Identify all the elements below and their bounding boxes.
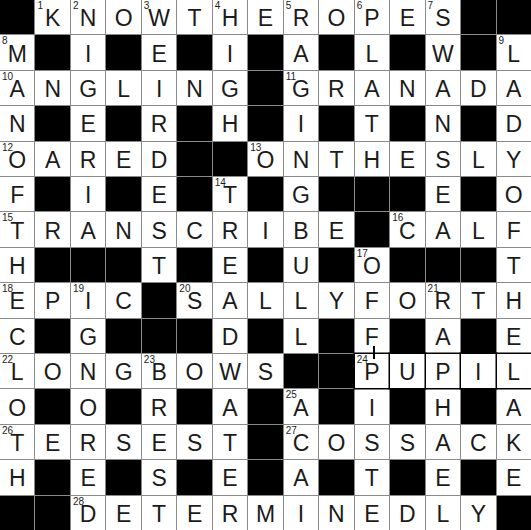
cell-letter: L	[472, 146, 485, 172]
clue-number: 6	[357, 1, 363, 11]
black-cell	[461, 177, 495, 211]
cell-letter: E	[329, 217, 344, 243]
letter-cell[interactable]: 24P	[355, 354, 389, 388]
cell-letter: G	[79, 75, 97, 101]
letter-cell[interactable]: 23B	[142, 354, 176, 388]
black-cell	[0, 0, 34, 34]
clue-number: 2	[73, 1, 79, 11]
letter-cell[interactable]: A	[426, 71, 460, 105]
letter-cell[interactable]: P	[426, 354, 460, 388]
letter-cell[interactable]: A	[284, 35, 318, 69]
black-cell	[319, 248, 353, 282]
cell-letter: H	[222, 110, 239, 136]
clue-number: 21	[428, 284, 439, 294]
letter-cell[interactable]: U	[284, 248, 318, 282]
black-cell	[426, 248, 460, 282]
black-cell	[106, 319, 140, 353]
letter-cell[interactable]: A	[426, 319, 460, 353]
clue-number: 5	[286, 1, 292, 11]
black-cell	[319, 389, 353, 423]
letter-cell[interactable]: R	[319, 71, 353, 105]
black-cell	[106, 248, 140, 282]
cell-letter: N	[435, 110, 452, 136]
letter-cell[interactable]: H	[426, 389, 460, 423]
cell-letter: R	[222, 500, 239, 526]
letter-cell[interactable]: E	[426, 460, 460, 494]
black-cell	[177, 389, 211, 423]
cell-letter: I	[85, 287, 91, 313]
letter-cell[interactable]: N	[35, 71, 69, 105]
black-cell	[390, 319, 424, 353]
letter-cell[interactable]: O	[35, 354, 69, 388]
letter-cell[interactable]: E	[426, 177, 460, 211]
letter-cell[interactable]: 4H	[213, 0, 247, 34]
letter-cell[interactable]: I	[355, 389, 389, 423]
letter-cell[interactable]: 27C	[284, 425, 318, 459]
letter-cell[interactable]: 20S	[177, 283, 211, 317]
black-cell	[497, 496, 531, 530]
letter-cell[interactable]: E	[71, 460, 105, 494]
black-cell	[248, 248, 282, 282]
clue-number: 12	[2, 143, 13, 153]
letter-cell[interactable]: A	[355, 71, 389, 105]
letter-cell[interactable]: U	[390, 354, 424, 388]
cell-letter: Y	[471, 500, 486, 526]
letter-cell[interactable]: A	[426, 212, 460, 246]
cell-letter: O	[8, 394, 26, 420]
clue-number: 7	[428, 1, 434, 11]
cell-letter: Y	[506, 146, 521, 172]
letter-cell[interactable]: L	[355, 35, 389, 69]
cell-letter: R	[328, 75, 345, 101]
letter-cell[interactable]: L	[248, 283, 282, 317]
cell-letter: E	[364, 500, 379, 526]
black-cell	[177, 460, 211, 494]
letter-cell[interactable]: 8M	[0, 35, 34, 69]
cell-letter: H	[435, 394, 452, 420]
letter-cell[interactable]: W	[213, 354, 247, 388]
letter-cell[interactable]: E	[497, 460, 531, 494]
letter-cell[interactable]: 14T	[213, 177, 247, 211]
cell-letter: A	[435, 217, 450, 243]
clue-number: 1	[37, 1, 43, 11]
cell-letter: M	[256, 500, 275, 526]
black-cell	[35, 319, 69, 353]
letter-cell[interactable]: O	[319, 0, 353, 34]
letter-cell[interactable]: 21R	[426, 283, 460, 317]
black-cell	[35, 460, 69, 494]
letter-cell[interactable]: L	[284, 319, 318, 353]
letter-cell[interactable]: D	[142, 142, 176, 176]
black-cell	[106, 460, 140, 494]
letter-cell[interactable]: 26T	[0, 425, 34, 459]
letter-cell[interactable]: G	[213, 71, 247, 105]
letter-cell[interactable]: S	[177, 425, 211, 459]
letter-cell[interactable]: 9L	[497, 35, 531, 69]
cell-letter: R	[80, 146, 97, 172]
letter-cell[interactable]: 22L	[0, 354, 34, 388]
cell-letter: B	[293, 217, 308, 243]
letter-cell[interactable]: O	[71, 389, 105, 423]
black-cell	[35, 35, 69, 69]
letter-cell[interactable]: E	[497, 319, 531, 353]
cell-letter: A	[506, 75, 521, 101]
letter-cell[interactable]: A	[497, 389, 531, 423]
letter-cell[interactable]: O	[319, 425, 353, 459]
letter-cell[interactable]: R	[213, 212, 247, 246]
black-cell	[390, 389, 424, 423]
black-cell	[390, 106, 424, 140]
cell-letter: H	[505, 287, 522, 313]
letter-cell[interactable]: 19I	[71, 283, 105, 317]
letter-cell[interactable]: A	[213, 283, 247, 317]
cell-letter: W	[148, 4, 170, 30]
cell-letter: S	[435, 146, 450, 172]
letter-cell[interactable]: L	[497, 354, 531, 388]
letter-cell[interactable]: W	[426, 35, 460, 69]
letter-cell[interactable]: S	[355, 425, 389, 459]
letter-cell[interactable]: L	[284, 283, 318, 317]
letter-cell[interactable]: N	[390, 71, 424, 105]
letter-cell[interactable]: N	[177, 71, 211, 105]
black-cell	[106, 389, 140, 423]
clue-number: 8	[2, 36, 8, 46]
letter-cell[interactable]: T	[142, 248, 176, 282]
black-cell	[284, 354, 318, 388]
letter-cell[interactable]: C	[106, 283, 140, 317]
letter-cell[interactable]: N	[0, 106, 34, 140]
black-cell	[142, 283, 176, 317]
letter-cell[interactable]: A	[426, 425, 460, 459]
letter-cell[interactable]: 15T	[0, 212, 34, 246]
cell-letter: O	[44, 358, 62, 384]
letter-cell[interactable]: 12O	[0, 142, 34, 176]
letter-cell[interactable]: 3W	[142, 0, 176, 34]
letter-cell[interactable]: 6P	[355, 0, 389, 34]
letter-cell[interactable]: E	[142, 177, 176, 211]
black-cell	[106, 106, 140, 140]
letter-cell[interactable]: P	[35, 283, 69, 317]
letter-cell[interactable]: S	[142, 212, 176, 246]
letter-cell[interactable]: T	[355, 106, 389, 140]
letter-cell[interactable]: Y	[497, 142, 531, 176]
letter-cell[interactable]: F	[355, 283, 389, 317]
letter-cell[interactable]: S	[248, 354, 282, 388]
letter-cell[interactable]: E	[71, 106, 105, 140]
letter-cell[interactable]: 16C	[390, 212, 424, 246]
black-cell	[248, 71, 282, 105]
letter-cell[interactable]: O	[106, 0, 140, 34]
black-cell	[35, 177, 69, 211]
letter-cell[interactable]: L	[106, 71, 140, 105]
letter-cell[interactable]: N	[319, 496, 353, 530]
cell-letter: N	[9, 110, 26, 136]
letter-cell[interactable]: I	[71, 177, 105, 211]
letter-cell[interactable]: E	[106, 496, 140, 530]
cell-letter: N	[186, 75, 203, 101]
black-cell	[177, 177, 211, 211]
cell-letter: E	[258, 4, 273, 30]
letter-cell[interactable]: S	[426, 142, 460, 176]
letter-cell[interactable]: 28D	[71, 496, 105, 530]
letter-cell[interactable]: I	[461, 354, 495, 388]
cell-letter: N	[44, 75, 61, 101]
cell-letter: H	[222, 4, 239, 30]
letter-cell[interactable]: S	[106, 425, 140, 459]
cell-letter: A	[293, 40, 308, 66]
cell-letter: C	[9, 323, 26, 349]
cell-letter: P	[364, 4, 379, 30]
black-cell	[461, 0, 495, 34]
cell-letter: E	[80, 464, 95, 490]
letter-cell[interactable]: D	[497, 106, 531, 140]
letter-cell[interactable]: I	[248, 212, 282, 246]
clue-number: 28	[73, 497, 84, 507]
letter-cell[interactable]: C	[461, 425, 495, 459]
cell-letter: L	[295, 287, 308, 313]
black-cell	[248, 389, 282, 423]
cell-letter: P	[45, 287, 60, 313]
letter-cell[interactable]: Y	[319, 283, 353, 317]
cell-letter: R	[151, 110, 168, 136]
cell-letter: S	[400, 429, 415, 455]
cell-letter: H	[364, 146, 381, 172]
cell-letter: A	[435, 323, 450, 349]
cell-letter: E	[187, 500, 202, 526]
letter-cell[interactable]: T	[461, 283, 495, 317]
letter-cell[interactable]: R	[71, 142, 105, 176]
letter-cell[interactable]: H	[0, 460, 34, 494]
letter-cell[interactable]: B	[284, 212, 318, 246]
letter-cell[interactable]: S	[142, 460, 176, 494]
black-cell	[177, 106, 211, 140]
letter-cell[interactable]: H	[0, 248, 34, 282]
letter-cell[interactable]: G	[71, 71, 105, 105]
cell-letter: F	[365, 323, 379, 349]
clue-number: 26	[2, 426, 13, 436]
cell-letter: L	[472, 217, 485, 243]
black-cell	[106, 177, 140, 211]
letter-cell[interactable]: L	[461, 212, 495, 246]
letter-cell[interactable]: 18E	[0, 283, 34, 317]
cell-letter: O	[79, 394, 97, 420]
letter-cell[interactable]: G	[106, 354, 140, 388]
letter-cell[interactable]: E	[177, 496, 211, 530]
letter-cell[interactable]: I	[71, 35, 105, 69]
clue-number: 15	[2, 213, 13, 223]
clue-number: 13	[250, 143, 261, 153]
cell-letter: N	[293, 146, 310, 172]
letter-cell[interactable]: D	[213, 319, 247, 353]
letter-cell[interactable]: A	[213, 389, 247, 423]
black-cell	[248, 106, 282, 140]
cell-letter: W	[432, 40, 454, 66]
cell-letter: E	[506, 323, 521, 349]
letter-cell[interactable]: L	[426, 496, 460, 530]
letter-cell[interactable]: T	[497, 248, 531, 282]
letter-cell[interactable]: K	[497, 425, 531, 459]
cell-letter: F	[365, 287, 379, 313]
cell-letter: I	[85, 40, 91, 66]
letter-cell[interactable]: R	[142, 106, 176, 140]
cell-letter: E	[222, 252, 237, 278]
letter-cell[interactable]: 10A	[0, 71, 34, 105]
letter-cell[interactable]: H	[213, 106, 247, 140]
cell-letter: G	[79, 323, 97, 349]
letter-cell[interactable]: T	[213, 425, 247, 459]
letter-cell[interactable]: L	[461, 142, 495, 176]
cell-letter: E	[400, 4, 415, 30]
cell-letter: I	[227, 40, 233, 66]
black-cell	[355, 212, 389, 246]
letter-cell[interactable]: O	[0, 389, 34, 423]
cell-letter: W	[219, 358, 241, 384]
cell-letter: O	[398, 287, 416, 313]
letter-cell[interactable]: E	[142, 425, 176, 459]
cell-letter: A	[435, 429, 450, 455]
letter-cell[interactable]: F	[0, 177, 34, 211]
cell-letter: F	[507, 217, 521, 243]
cell-letter: C	[186, 217, 203, 243]
letter-cell[interactable]: G	[284, 177, 318, 211]
letter-cell[interactable]: T	[177, 0, 211, 34]
cell-letter: N	[80, 4, 97, 30]
black-cell	[177, 35, 211, 69]
letter-cell[interactable]: T	[319, 142, 353, 176]
letter-cell[interactable]: R	[213, 496, 247, 530]
cell-letter: K	[506, 429, 521, 455]
letter-cell[interactable]: G	[71, 319, 105, 353]
cell-letter: A	[222, 287, 237, 313]
cell-letter: R	[222, 217, 239, 243]
cell-letter: N	[80, 358, 97, 384]
letter-cell[interactable]: 7S	[426, 0, 460, 34]
letter-cell[interactable]: O	[177, 354, 211, 388]
letter-cell[interactable]: I	[284, 496, 318, 530]
letter-cell[interactable]: 1K	[35, 0, 69, 34]
letter-cell[interactable]: Y	[461, 496, 495, 530]
black-cell	[461, 389, 495, 423]
cell-letter: H	[9, 464, 26, 490]
letter-cell[interactable]: N	[106, 212, 140, 246]
black-cell	[461, 319, 495, 353]
black-cell	[248, 460, 282, 494]
cell-letter: T	[365, 464, 379, 490]
letter-cell[interactable]: H	[497, 283, 531, 317]
letter-cell[interactable]: R	[142, 389, 176, 423]
letter-cell[interactable]: O	[497, 177, 531, 211]
black-cell	[319, 354, 353, 388]
cell-letter: T	[152, 500, 166, 526]
clue-number: 9	[499, 36, 505, 46]
cell-letter: I	[85, 181, 91, 207]
letter-cell[interactable]: T	[142, 496, 176, 530]
letter-cell[interactable]: R	[71, 425, 105, 459]
cell-letter: I	[156, 75, 162, 101]
cell-letter: O	[115, 4, 133, 30]
letter-cell[interactable]: N	[426, 106, 460, 140]
black-cell	[177, 319, 211, 353]
letter-cell[interactable]: H	[355, 142, 389, 176]
cell-letter: E	[151, 429, 166, 455]
letter-cell[interactable]: E	[390, 0, 424, 34]
cell-letter: O	[327, 429, 345, 455]
clue-number: 3	[144, 1, 150, 11]
letter-cell[interactable]: D	[461, 71, 495, 105]
letter-cell[interactable]: O	[390, 283, 424, 317]
letter-cell[interactable]: C	[177, 212, 211, 246]
letter-cell[interactable]: N	[284, 142, 318, 176]
letter-cell[interactable]: E	[213, 460, 247, 494]
letter-cell[interactable]: 11G	[284, 71, 318, 105]
cell-letter: T	[471, 287, 485, 313]
cell-letter: I	[298, 110, 304, 136]
letter-cell[interactable]: E	[213, 248, 247, 282]
cell-letter: S	[116, 429, 131, 455]
black-cell	[106, 35, 140, 69]
letter-cell[interactable]: F	[355, 319, 389, 353]
letter-cell[interactable]: 17O	[355, 248, 389, 282]
black-cell	[319, 460, 353, 494]
letter-cell[interactable]: 2N	[71, 0, 105, 34]
letter-cell[interactable]: C	[0, 319, 34, 353]
letter-cell[interactable]: E	[355, 496, 389, 530]
letter-cell[interactable]: D	[390, 496, 424, 530]
cell-letter: I	[475, 358, 481, 384]
letter-cell[interactable]: A	[497, 71, 531, 105]
letter-cell[interactable]: N	[71, 354, 105, 388]
letter-cell[interactable]: A	[284, 460, 318, 494]
letter-cell[interactable]: T	[355, 460, 389, 494]
cell-letter: A	[506, 394, 521, 420]
clue-number: 23	[144, 355, 155, 365]
cell-letter: G	[221, 75, 239, 101]
letter-cell[interactable]: E	[248, 0, 282, 34]
letter-cell[interactable]: I	[213, 35, 247, 69]
cell-letter: I	[298, 500, 304, 526]
cell-letter: L	[365, 40, 378, 66]
cell-letter: Y	[329, 287, 344, 313]
letter-cell[interactable]: E	[319, 212, 353, 246]
black-cell	[461, 106, 495, 140]
letter-cell[interactable]: A	[71, 212, 105, 246]
black-cell	[35, 496, 69, 530]
clue-number: 17	[357, 249, 368, 259]
clue-number: 22	[2, 355, 13, 365]
letter-cell[interactable]: E	[106, 142, 140, 176]
black-cell	[461, 35, 495, 69]
letter-cell[interactable]: E	[390, 142, 424, 176]
letter-cell[interactable]: I	[142, 71, 176, 105]
letter-cell[interactable]: R	[35, 212, 69, 246]
letter-cell[interactable]: F	[497, 212, 531, 246]
cell-letter: S	[364, 429, 379, 455]
letter-cell[interactable]: 5R	[284, 0, 318, 34]
letter-cell[interactable]: 13O	[248, 142, 282, 176]
letter-cell[interactable]: M	[248, 496, 282, 530]
cell-letter: D	[505, 110, 522, 136]
letter-cell[interactable]: 25A	[284, 389, 318, 423]
letter-cell[interactable]: A	[35, 142, 69, 176]
letter-cell[interactable]: E	[35, 425, 69, 459]
cell-letter: R	[80, 429, 97, 455]
cell-letter: R	[151, 394, 168, 420]
letter-cell[interactable]: I	[284, 106, 318, 140]
letter-cell[interactable]: S	[390, 425, 424, 459]
letter-cell[interactable]: E	[142, 35, 176, 69]
black-cell	[319, 319, 353, 353]
cell-letter: I	[262, 217, 268, 243]
